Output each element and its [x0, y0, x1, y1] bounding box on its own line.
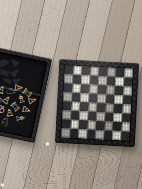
square-r2c7[interactable] [123, 86, 132, 95]
scene: ♞♟♜♟♝♟♙♖♙♘♗♙♕♙♖♙♔♙♗♙♘ [0, 0, 142, 189]
square-r3c7[interactable] [122, 95, 131, 104]
wood-grain-swirl [0, 4, 65, 47]
board-grid [61, 65, 133, 140]
square-r5c7[interactable] [122, 113, 131, 122]
floor-light-speck [0, 183, 5, 187]
square-r1c7[interactable] [123, 77, 132, 86]
chess-board[interactable] [55, 59, 139, 147]
boxed-white-piece-12[interactable]: ♗ [14, 112, 26, 123]
boxed-white-piece-14[interactable]: ♘ [0, 115, 12, 130]
square-r0c7[interactable] [124, 68, 133, 77]
square-r4c7[interactable] [122, 104, 131, 113]
wood-grain-swirl [89, 149, 142, 189]
square-r6c7[interactable] [121, 122, 130, 131]
floor-light-speck [45, 142, 50, 146]
square-r7c7[interactable] [121, 131, 130, 140]
